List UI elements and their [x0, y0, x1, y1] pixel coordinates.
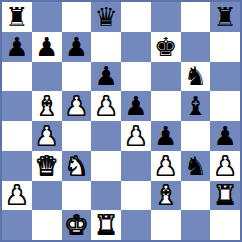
- square-b3[interactable]: ♛: [32, 151, 62, 181]
- square-a4[interactable]: [2, 121, 32, 151]
- square-d7[interactable]: [91, 32, 121, 62]
- square-g8[interactable]: [181, 2, 211, 32]
- square-h4[interactable]: ♟: [210, 121, 240, 151]
- square-a7[interactable]: ♟: [2, 32, 32, 62]
- piece-black-pawn[interactable]: ♟: [213, 123, 236, 149]
- square-f3[interactable]: ♟: [151, 151, 181, 181]
- square-a8[interactable]: ♜: [2, 2, 32, 32]
- piece-white-bishop[interactable]: ♝: [35, 93, 58, 119]
- piece-black-pawn[interactable]: ♟: [124, 93, 147, 119]
- square-d1[interactable]: ♜: [91, 210, 121, 240]
- piece-white-pawn[interactable]: ♟: [94, 93, 117, 119]
- square-c7[interactable]: ♟: [62, 32, 92, 62]
- square-b1[interactable]: [32, 210, 62, 240]
- piece-black-rook[interactable]: ♜: [213, 4, 236, 30]
- square-f4[interactable]: ♟: [151, 121, 181, 151]
- piece-white-pawn[interactable]: ♟: [213, 153, 236, 179]
- square-c3[interactable]: ♞: [62, 151, 92, 181]
- square-g4[interactable]: [181, 121, 211, 151]
- square-a6[interactable]: [2, 62, 32, 92]
- square-a1[interactable]: [2, 210, 32, 240]
- piece-white-knight[interactable]: ♞: [65, 153, 88, 179]
- piece-black-queen[interactable]: ♛: [94, 4, 117, 30]
- square-e8[interactable]: [121, 2, 151, 32]
- piece-black-pawn[interactable]: ♟: [35, 34, 58, 60]
- square-d3[interactable]: [91, 151, 121, 181]
- piece-black-pawn[interactable]: ♟: [154, 123, 177, 149]
- piece-black-pawn[interactable]: ♟: [94, 63, 117, 89]
- square-e2[interactable]: [121, 181, 151, 211]
- square-a3[interactable]: [2, 151, 32, 181]
- square-h6[interactable]: [210, 62, 240, 92]
- piece-black-pawn[interactable]: ♟: [5, 34, 28, 60]
- square-h3[interactable]: ♟: [210, 151, 240, 181]
- piece-white-pawn[interactable]: ♟: [5, 182, 28, 208]
- square-d2[interactable]: [91, 181, 121, 211]
- piece-black-king[interactable]: ♚: [154, 34, 177, 60]
- square-b5[interactable]: ♝: [32, 91, 62, 121]
- square-e4[interactable]: ♟: [121, 121, 151, 151]
- square-b6[interactable]: [32, 62, 62, 92]
- square-g5[interactable]: ♝: [181, 91, 211, 121]
- square-a2[interactable]: ♟: [2, 181, 32, 211]
- piece-white-pawn[interactable]: ♟: [65, 93, 88, 119]
- square-f6[interactable]: [151, 62, 181, 92]
- square-d5[interactable]: ♟: [91, 91, 121, 121]
- square-e7[interactable]: [121, 32, 151, 62]
- piece-white-rook[interactable]: ♜: [94, 212, 117, 238]
- square-b7[interactable]: ♟: [32, 32, 62, 62]
- square-e1[interactable]: [121, 210, 151, 240]
- square-b8[interactable]: [32, 2, 62, 32]
- square-c8[interactable]: [62, 2, 92, 32]
- square-g1[interactable]: [181, 210, 211, 240]
- square-e6[interactable]: [121, 62, 151, 92]
- piece-black-knight[interactable]: ♞: [184, 63, 207, 89]
- piece-white-bishop[interactable]: ♝: [154, 182, 177, 208]
- square-b4[interactable]: ♟: [32, 121, 62, 151]
- square-h8[interactable]: ♜: [210, 2, 240, 32]
- square-f2[interactable]: ♝: [151, 181, 181, 211]
- square-g6[interactable]: ♞: [181, 62, 211, 92]
- square-b2[interactable]: [32, 181, 62, 211]
- square-e5[interactable]: ♟: [121, 91, 151, 121]
- square-g2[interactable]: [181, 181, 211, 211]
- piece-white-queen[interactable]: ♛: [35, 153, 58, 179]
- piece-black-rook[interactable]: ♜: [5, 4, 28, 30]
- square-f7[interactable]: ♚: [151, 32, 181, 62]
- square-c2[interactable]: [62, 181, 92, 211]
- square-f5[interactable]: [151, 91, 181, 121]
- piece-white-king[interactable]: ♚: [65, 212, 88, 238]
- square-h2[interactable]: ♜: [210, 181, 240, 211]
- piece-black-bishop[interactable]: ♝: [184, 93, 207, 119]
- square-f8[interactable]: [151, 2, 181, 32]
- piece-white-rook[interactable]: ♜: [213, 182, 236, 208]
- piece-black-pawn[interactable]: ♟: [65, 34, 88, 60]
- square-e3[interactable]: [121, 151, 151, 181]
- piece-white-pawn[interactable]: ♟: [35, 123, 58, 149]
- square-h7[interactable]: [210, 32, 240, 62]
- square-c4[interactable]: [62, 121, 92, 151]
- piece-black-knight[interactable]: ♞: [184, 153, 207, 179]
- square-c5[interactable]: ♟: [62, 91, 92, 121]
- square-h1[interactable]: [210, 210, 240, 240]
- square-c6[interactable]: [62, 62, 92, 92]
- square-h5[interactable]: [210, 91, 240, 121]
- square-g7[interactable]: [181, 32, 211, 62]
- square-g3[interactable]: ♞: [181, 151, 211, 181]
- square-c1[interactable]: ♚: [62, 210, 92, 240]
- square-d4[interactable]: [91, 121, 121, 151]
- chess-board: ♜♛♜♟♟♟♚♟♞♝♟♟♟♝♟♟♟♟♛♞♟♞♟♟♝♜♚♜: [0, 0, 242, 242]
- square-f1[interactable]: [151, 210, 181, 240]
- piece-white-pawn[interactable]: ♟: [124, 123, 147, 149]
- square-a5[interactable]: [2, 91, 32, 121]
- piece-white-pawn[interactable]: ♟: [154, 153, 177, 179]
- square-d8[interactable]: ♛: [91, 2, 121, 32]
- square-d6[interactable]: ♟: [91, 62, 121, 92]
